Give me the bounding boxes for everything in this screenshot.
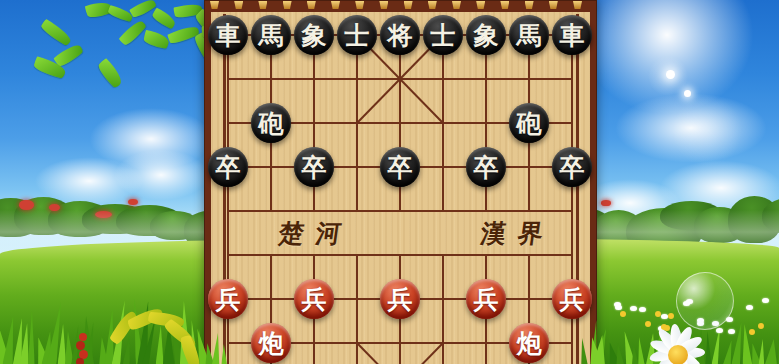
border-stud xyxy=(258,1,267,9)
red-flower-spike xyxy=(79,333,87,341)
border-stud xyxy=(549,1,558,9)
river-label-left: 楚河 xyxy=(261,211,359,255)
lens-flare xyxy=(666,70,675,79)
xiangqi-board[interactable]: 楚河 漢界 車馬象士将士象馬車砲砲卒卒卒卒卒兵兵兵兵兵炮炮 xyxy=(204,0,597,364)
border-stud xyxy=(428,1,437,9)
black-piece-士[interactable]: 士 xyxy=(337,15,377,55)
border-stud xyxy=(525,1,534,9)
border-stud xyxy=(379,1,388,9)
black-piece-卒[interactable]: 卒 xyxy=(380,147,420,187)
border-stud xyxy=(210,1,219,9)
black-piece-車[interactable]: 車 xyxy=(552,15,592,55)
black-piece-卒[interactable]: 卒 xyxy=(294,147,334,187)
border-stud xyxy=(331,1,340,9)
red-blossom xyxy=(19,200,34,209)
screenshot-frame: 楚河 漢界 車馬象士将士象馬車砲砲卒卒卒卒卒兵兵兵兵兵炮炮 xyxy=(0,0,779,364)
border-stud xyxy=(476,1,485,9)
border-stud xyxy=(307,1,316,9)
black-piece-馬[interactable]: 馬 xyxy=(509,15,549,55)
border-stud xyxy=(355,1,364,9)
red-flower-spike xyxy=(76,358,84,364)
small-daisy xyxy=(661,314,668,319)
small-daisy xyxy=(728,329,735,334)
river-label-right: 漢界 xyxy=(463,211,561,255)
red-blossom xyxy=(128,199,138,205)
black-piece-士[interactable]: 士 xyxy=(423,15,463,55)
black-piece-将[interactable]: 将 xyxy=(380,15,420,55)
red-piece-兵[interactable]: 兵 xyxy=(466,279,506,319)
black-piece-卒[interactable]: 卒 xyxy=(208,147,248,187)
grid-line xyxy=(356,255,358,364)
red-piece-兵[interactable]: 兵 xyxy=(294,279,334,319)
border-stud xyxy=(404,1,413,9)
small-yellow-flower xyxy=(668,313,674,319)
daisy-flower xyxy=(650,324,726,364)
red-piece-炮[interactable]: 炮 xyxy=(509,323,549,363)
soap-bubble xyxy=(676,272,734,330)
black-piece-卒[interactable]: 卒 xyxy=(466,147,506,187)
border-stud xyxy=(573,1,582,9)
red-piece-兵[interactable]: 兵 xyxy=(208,279,248,319)
daisy-center xyxy=(668,345,688,364)
red-blossom xyxy=(601,200,611,206)
black-piece-象[interactable]: 象 xyxy=(466,15,506,55)
border-stud xyxy=(234,1,243,9)
red-piece-炮[interactable]: 炮 xyxy=(251,323,291,363)
black-piece-砲[interactable]: 砲 xyxy=(251,103,291,143)
black-piece-馬[interactable]: 馬 xyxy=(251,15,291,55)
lens-flare xyxy=(672,96,742,166)
black-piece-車[interactable]: 車 xyxy=(208,15,248,55)
small-daisy xyxy=(630,306,637,311)
black-piece-卒[interactable]: 卒 xyxy=(552,147,592,187)
border-stud xyxy=(283,1,292,9)
red-flower-spike xyxy=(76,341,85,350)
grid-line xyxy=(442,255,444,364)
border-stud xyxy=(452,1,461,9)
black-piece-象[interactable]: 象 xyxy=(294,15,334,55)
small-yellow-flower xyxy=(749,329,755,335)
black-piece-砲[interactable]: 砲 xyxy=(509,103,549,143)
red-piece-兵[interactable]: 兵 xyxy=(552,279,592,319)
border-stud xyxy=(500,1,509,9)
red-piece-兵[interactable]: 兵 xyxy=(380,279,420,319)
lens-flare xyxy=(684,90,691,97)
small-yellow-flower xyxy=(655,311,661,317)
